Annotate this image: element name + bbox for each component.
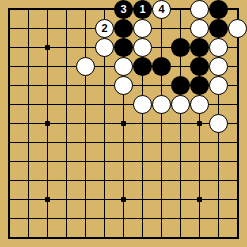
stone-white <box>133 95 152 114</box>
star-point <box>45 121 50 126</box>
stone-white: 2 <box>95 19 114 38</box>
move-number-label: 2 <box>101 23 107 34</box>
stone-black <box>114 38 133 57</box>
stone-white <box>209 76 228 95</box>
stone-white <box>190 0 209 19</box>
stone-black <box>190 38 209 57</box>
stone-black <box>133 57 152 76</box>
stone-white <box>114 76 133 95</box>
stone-white <box>190 95 209 114</box>
go-board: 3142 <box>0 0 247 247</box>
stone-white <box>209 114 228 133</box>
star-point <box>121 121 126 126</box>
star-point <box>45 45 50 50</box>
stone-white <box>171 95 190 114</box>
stone-black <box>171 38 190 57</box>
move-number-label: 1 <box>139 4 145 15</box>
move-number-label: 3 <box>120 4 126 15</box>
stone-white <box>209 57 228 76</box>
stone-black: 3 <box>114 0 133 19</box>
stone-white <box>190 19 209 38</box>
move-number-label: 4 <box>158 4 164 15</box>
stone-white <box>95 38 114 57</box>
stone-black <box>209 19 228 38</box>
stone-white <box>133 38 152 57</box>
stone-white <box>114 57 133 76</box>
stone-black <box>190 57 209 76</box>
stone-white <box>76 57 95 76</box>
stone-white <box>209 38 228 57</box>
stone-black: 1 <box>133 0 152 19</box>
stone-white <box>133 19 152 38</box>
stone-black <box>114 19 133 38</box>
stone-white <box>152 95 171 114</box>
star-point <box>197 197 202 202</box>
stone-black <box>209 0 228 19</box>
star-point <box>121 197 126 202</box>
stone-black <box>152 57 171 76</box>
star-point <box>197 121 202 126</box>
stone-black <box>171 76 190 95</box>
stone-white: 4 <box>152 0 171 19</box>
star-point <box>45 197 50 202</box>
stone-black <box>190 76 209 95</box>
stone-white <box>228 19 247 38</box>
